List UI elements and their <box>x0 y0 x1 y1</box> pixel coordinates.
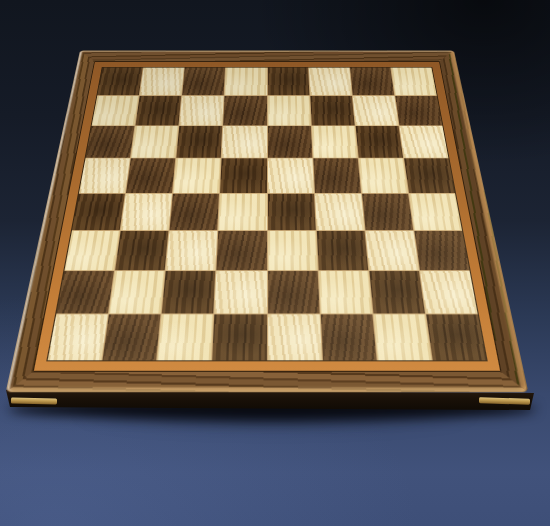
square-r6c8[interactable] <box>414 231 469 270</box>
square-r5c1[interactable] <box>72 193 125 229</box>
square-r2c8[interactable] <box>395 96 442 126</box>
square-r8c8[interactable] <box>426 314 486 360</box>
square-r5c8[interactable] <box>409 193 462 229</box>
square-r8c5[interactable] <box>268 314 322 360</box>
square-r6c5[interactable] <box>268 231 318 270</box>
square-r7c2[interactable] <box>109 271 165 313</box>
square-r1c7[interactable] <box>350 68 394 96</box>
square-r3c3[interactable] <box>177 126 223 158</box>
square-r7c1[interactable] <box>56 271 114 313</box>
square-r8c2[interactable] <box>103 314 161 360</box>
photo-background <box>0 0 550 526</box>
chessboard <box>6 50 529 392</box>
square-r6c7[interactable] <box>365 231 418 270</box>
square-r2c7[interactable] <box>353 96 399 126</box>
square-r1c6[interactable] <box>309 68 352 96</box>
board-frame-top <box>78 50 457 61</box>
square-r2c1[interactable] <box>92 96 139 126</box>
square-r2c6[interactable] <box>310 96 354 126</box>
square-r4c8[interactable] <box>404 159 455 193</box>
square-r3c1[interactable] <box>86 126 135 158</box>
board-frame-bottom <box>6 372 529 392</box>
square-r8c3[interactable] <box>158 314 214 360</box>
square-r6c3[interactable] <box>166 231 218 270</box>
square-r6c6[interactable] <box>316 231 368 270</box>
square-r4c3[interactable] <box>173 159 221 193</box>
square-r3c4[interactable] <box>222 126 267 158</box>
square-r5c5[interactable] <box>268 193 316 229</box>
square-r7c5[interactable] <box>268 271 320 313</box>
square-r3c8[interactable] <box>399 126 448 158</box>
square-r1c4[interactable] <box>225 68 267 96</box>
square-r6c4[interactable] <box>217 231 267 270</box>
square-r1c2[interactable] <box>140 68 184 96</box>
square-r1c3[interactable] <box>182 68 225 96</box>
square-r5c7[interactable] <box>362 193 413 229</box>
square-r4c6[interactable] <box>313 159 361 193</box>
square-r7c3[interactable] <box>162 271 216 313</box>
square-r4c1[interactable] <box>79 159 130 193</box>
square-r3c7[interactable] <box>355 126 403 158</box>
board-grid <box>46 67 487 361</box>
square-r8c4[interactable] <box>213 314 267 360</box>
square-r2c4[interactable] <box>224 96 267 126</box>
square-r4c7[interactable] <box>359 159 408 193</box>
square-r2c5[interactable] <box>267 96 310 126</box>
square-r6c2[interactable] <box>115 231 168 270</box>
square-r4c2[interactable] <box>126 159 175 193</box>
square-r7c4[interactable] <box>215 271 267 313</box>
brass-corner-accent-left <box>11 397 57 404</box>
square-r1c8[interactable] <box>391 68 437 96</box>
square-r8c1[interactable] <box>48 314 108 360</box>
square-r1c1[interactable] <box>97 68 143 96</box>
square-r5c2[interactable] <box>121 193 172 229</box>
square-r4c5[interactable] <box>267 159 313 193</box>
square-r8c6[interactable] <box>320 314 376 360</box>
square-r5c3[interactable] <box>170 193 220 229</box>
square-r2c2[interactable] <box>136 96 182 126</box>
square-r3c5[interactable] <box>267 126 312 158</box>
square-r7c7[interactable] <box>369 271 425 313</box>
square-r1c5[interactable] <box>267 68 309 96</box>
square-r3c6[interactable] <box>311 126 357 158</box>
square-r4c4[interactable] <box>220 159 266 193</box>
square-r6c1[interactable] <box>65 231 120 270</box>
square-r3c2[interactable] <box>131 126 179 158</box>
square-r2c3[interactable] <box>180 96 224 126</box>
square-r7c8[interactable] <box>420 271 478 313</box>
square-r5c6[interactable] <box>315 193 365 229</box>
square-r7c6[interactable] <box>318 271 372 313</box>
square-r8c7[interactable] <box>373 314 431 360</box>
square-r5c4[interactable] <box>219 193 267 229</box>
